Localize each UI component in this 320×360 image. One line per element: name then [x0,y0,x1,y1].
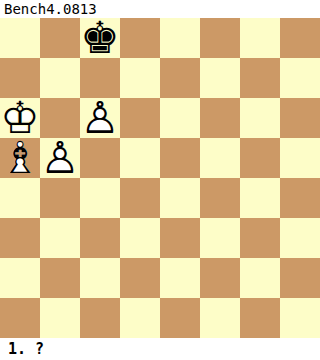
square-a4[interactable] [0,178,40,218]
piece-glyph: ♙ [80,98,119,138]
square-d8[interactable] [120,18,160,58]
square-a2[interactable] [0,258,40,298]
chess-diagram-window: Bench4.0813 ♚♚♔♟♙♝♗♟♙ 1. ? [0,0,320,360]
square-h6[interactable] [280,98,320,138]
square-a5[interactable]: ♝♗ [0,138,40,178]
square-b2[interactable] [40,258,80,298]
square-f4[interactable] [200,178,240,218]
square-e8[interactable] [160,18,200,58]
square-c4[interactable] [80,178,120,218]
square-e2[interactable] [160,258,200,298]
square-e1[interactable] [160,298,200,338]
square-g2[interactable] [240,258,280,298]
square-g1[interactable] [240,298,280,338]
square-g4[interactable] [240,178,280,218]
move-prompt: 1. ? [0,338,320,360]
square-h4[interactable] [280,178,320,218]
square-b3[interactable] [40,218,80,258]
square-g3[interactable] [240,218,280,258]
square-d3[interactable] [120,218,160,258]
piece-white-pawn[interactable]: ♟♙ [80,98,120,138]
square-e6[interactable] [160,98,200,138]
square-c8[interactable]: ♚ [80,18,120,58]
square-h8[interactable] [280,18,320,58]
square-f2[interactable] [200,258,240,298]
square-f7[interactable] [200,58,240,98]
square-d2[interactable] [120,258,160,298]
square-d1[interactable] [120,298,160,338]
square-d5[interactable] [120,138,160,178]
square-e4[interactable] [160,178,200,218]
square-f8[interactable] [200,18,240,58]
square-g6[interactable] [240,98,280,138]
square-f6[interactable] [200,98,240,138]
square-e3[interactable] [160,218,200,258]
square-h5[interactable] [280,138,320,178]
square-g8[interactable] [240,18,280,58]
piece-white-bishop[interactable]: ♝♗ [0,138,40,178]
piece-glyph: ♚ [80,18,119,58]
square-b8[interactable] [40,18,80,58]
square-a8[interactable] [0,18,40,58]
square-h2[interactable] [280,258,320,298]
square-b1[interactable] [40,298,80,338]
chess-board: ♚♚♔♟♙♝♗♟♙ [0,18,320,338]
square-d6[interactable] [120,98,160,138]
diagram-title: Bench4.0813 [0,0,320,18]
square-c2[interactable] [80,258,120,298]
square-c3[interactable] [80,218,120,258]
piece-white-pawn[interactable]: ♟♙ [40,138,80,178]
square-b7[interactable] [40,58,80,98]
square-f1[interactable] [200,298,240,338]
square-d4[interactable] [120,178,160,218]
square-c1[interactable] [80,298,120,338]
square-g7[interactable] [240,58,280,98]
square-h7[interactable] [280,58,320,98]
square-b4[interactable] [40,178,80,218]
square-h3[interactable] [280,218,320,258]
square-b5[interactable]: ♟♙ [40,138,80,178]
square-a1[interactable] [0,298,40,338]
square-h1[interactable] [280,298,320,338]
square-a3[interactable] [0,218,40,258]
square-e5[interactable] [160,138,200,178]
piece-glyph: ♗ [0,138,39,178]
square-f5[interactable] [200,138,240,178]
square-f3[interactable] [200,218,240,258]
square-d7[interactable] [120,58,160,98]
square-g5[interactable] [240,138,280,178]
piece-black-king[interactable]: ♚ [80,18,120,58]
square-c5[interactable] [80,138,120,178]
piece-glyph: ♙ [40,138,79,178]
square-c6[interactable]: ♟♙ [80,98,120,138]
square-e7[interactable] [160,58,200,98]
